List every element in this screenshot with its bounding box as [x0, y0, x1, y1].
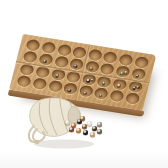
pit-r1c2 [41, 41, 57, 54]
seed-bead [135, 74, 139, 78]
spilled-seed-bead [97, 122, 102, 127]
spilled-seed-bead [65, 120, 70, 125]
pit-r1c3 [57, 44, 73, 57]
seed-bead [124, 71, 128, 75]
spilled-seed-bead [76, 128, 81, 133]
seed-bead [90, 78, 94, 82]
spilled-seed-bead [87, 121, 92, 126]
spilled-seed-bead [82, 124, 87, 129]
seed-bead [101, 81, 105, 85]
seed-bead [74, 64, 78, 68]
spilled-seed-bead [83, 130, 88, 135]
pit-r1c5 [87, 48, 103, 61]
pit-r1c7 [118, 53, 134, 66]
spilled-seed-bead [80, 116, 85, 121]
product-photo-scene [0, 0, 168, 168]
seed-bead [136, 85, 140, 89]
cord-knot [35, 140, 39, 144]
pit-r4c8 [125, 92, 141, 105]
spilled-seed-bead [90, 132, 95, 137]
spilled-seed-bead [97, 129, 102, 134]
seed-bead [55, 74, 59, 78]
spilled-seed-bead [92, 126, 97, 131]
pit-r4c1 [17, 75, 33, 88]
pit-r4c7 [109, 90, 125, 103]
spilled-seeds [52, 108, 106, 144]
pit-r4c2 [32, 78, 48, 91]
pit-r4c3 [47, 80, 63, 93]
seed-bead [117, 84, 121, 88]
pit-r1c1 [26, 39, 42, 52]
seed-bead [89, 67, 93, 71]
pit-r1c8 [134, 56, 150, 69]
pit-r1c6 [103, 51, 119, 64]
spilled-seed-bead [69, 127, 74, 132]
seed-bead [43, 59, 47, 63]
